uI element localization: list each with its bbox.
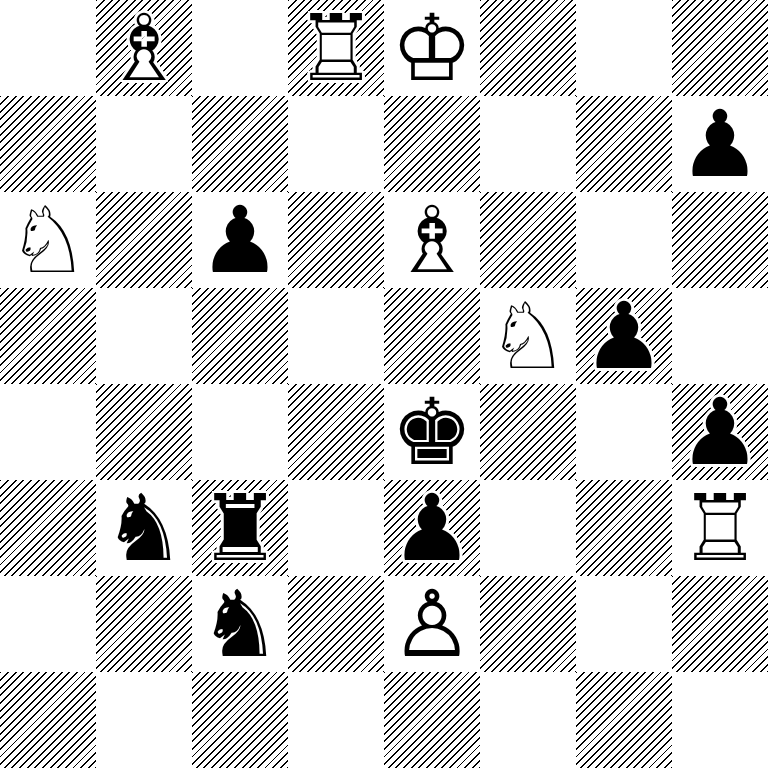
square-e5[interactable] <box>384 288 480 384</box>
square-c1[interactable] <box>192 672 288 768</box>
piece-glyph: ♙ <box>384 576 480 672</box>
square-h5[interactable] <box>672 288 768 384</box>
square-c7[interactable] <box>192 96 288 192</box>
square-d7[interactable] <box>288 96 384 192</box>
square-f1[interactable] <box>480 672 576 768</box>
square-g8[interactable] <box>576 0 672 96</box>
square-g7[interactable] <box>576 96 672 192</box>
white-bishop[interactable]: ♝♗ <box>96 0 192 96</box>
square-e7[interactable] <box>384 96 480 192</box>
square-g5[interactable]: ♟♟ <box>576 288 672 384</box>
square-b6[interactable] <box>96 192 192 288</box>
square-d1[interactable] <box>288 672 384 768</box>
piece-glyph: ♘ <box>480 288 576 384</box>
square-g2[interactable] <box>576 576 672 672</box>
square-h6[interactable] <box>672 192 768 288</box>
black-pawn[interactable]: ♟♟ <box>576 288 672 384</box>
square-e4[interactable]: ♚♚ <box>384 384 480 480</box>
square-c6[interactable]: ♟♟ <box>192 192 288 288</box>
black-king[interactable]: ♚♚ <box>384 384 480 480</box>
square-g3[interactable] <box>576 480 672 576</box>
square-c2[interactable]: ♞♞ <box>192 576 288 672</box>
chess-board: ♝♗♜♖♚♔♟♟♞♘♟♟♝♗♞♘♟♟♚♚♟♟♞♞♜♜♟♟♜♖♞♞♟♙ <box>0 0 768 768</box>
piece-glyph: ♗ <box>384 192 480 288</box>
square-e6[interactable]: ♝♗ <box>384 192 480 288</box>
black-pawn[interactable]: ♟♟ <box>672 384 768 480</box>
square-d3[interactable] <box>288 480 384 576</box>
square-h7[interactable]: ♟♟ <box>672 96 768 192</box>
square-f8[interactable] <box>480 0 576 96</box>
black-knight[interactable]: ♞♞ <box>192 576 288 672</box>
square-f2[interactable] <box>480 576 576 672</box>
black-pawn[interactable]: ♟♟ <box>384 480 480 576</box>
square-c5[interactable] <box>192 288 288 384</box>
square-f3[interactable] <box>480 480 576 576</box>
white-bishop[interactable]: ♝♗ <box>384 192 480 288</box>
square-b4[interactable] <box>96 384 192 480</box>
piece-glyph: ♖ <box>672 480 768 576</box>
square-h8[interactable] <box>672 0 768 96</box>
square-a3[interactable] <box>0 480 96 576</box>
square-a4[interactable] <box>0 384 96 480</box>
white-pawn[interactable]: ♟♙ <box>384 576 480 672</box>
square-a6[interactable]: ♞♘ <box>0 192 96 288</box>
square-c3[interactable]: ♜♜ <box>192 480 288 576</box>
square-f7[interactable] <box>480 96 576 192</box>
piece-glyph: ♗ <box>96 0 192 96</box>
square-b3[interactable]: ♞♞ <box>96 480 192 576</box>
square-h2[interactable] <box>672 576 768 672</box>
square-g4[interactable] <box>576 384 672 480</box>
square-b1[interactable] <box>96 672 192 768</box>
piece-glyph: ♚ <box>384 384 480 480</box>
square-e3[interactable]: ♟♟ <box>384 480 480 576</box>
piece-glyph: ♞ <box>192 576 288 672</box>
black-pawn[interactable]: ♟♟ <box>192 192 288 288</box>
square-d8[interactable]: ♜♖ <box>288 0 384 96</box>
square-c8[interactable] <box>192 0 288 96</box>
square-d6[interactable] <box>288 192 384 288</box>
white-king[interactable]: ♚♔ <box>384 0 480 96</box>
square-c4[interactable] <box>192 384 288 480</box>
white-rook[interactable]: ♜♖ <box>672 480 768 576</box>
piece-glyph: ♘ <box>0 192 96 288</box>
square-a5[interactable] <box>0 288 96 384</box>
square-e8[interactable]: ♚♔ <box>384 0 480 96</box>
black-knight[interactable]: ♞♞ <box>96 480 192 576</box>
white-rook[interactable]: ♜♖ <box>288 0 384 96</box>
square-f6[interactable] <box>480 192 576 288</box>
piece-glyph: ♟ <box>192 192 288 288</box>
piece-glyph: ♔ <box>384 0 480 96</box>
square-f4[interactable] <box>480 384 576 480</box>
square-d5[interactable] <box>288 288 384 384</box>
square-g1[interactable] <box>576 672 672 768</box>
square-d2[interactable] <box>288 576 384 672</box>
square-h4[interactable]: ♟♟ <box>672 384 768 480</box>
square-d4[interactable] <box>288 384 384 480</box>
square-b5[interactable] <box>96 288 192 384</box>
square-a2[interactable] <box>0 576 96 672</box>
piece-glyph: ♞ <box>96 480 192 576</box>
square-g6[interactable] <box>576 192 672 288</box>
square-b2[interactable] <box>96 576 192 672</box>
square-a7[interactable] <box>0 96 96 192</box>
white-knight[interactable]: ♞♘ <box>480 288 576 384</box>
piece-glyph: ♜ <box>192 480 288 576</box>
piece-glyph: ♟ <box>384 480 480 576</box>
square-h3[interactable]: ♜♖ <box>672 480 768 576</box>
square-b8[interactable]: ♝♗ <box>96 0 192 96</box>
piece-glyph: ♟ <box>576 288 672 384</box>
square-f5[interactable]: ♞♘ <box>480 288 576 384</box>
square-a8[interactable] <box>0 0 96 96</box>
square-h1[interactable] <box>672 672 768 768</box>
piece-glyph: ♖ <box>288 0 384 96</box>
square-b7[interactable] <box>96 96 192 192</box>
square-e1[interactable] <box>384 672 480 768</box>
black-pawn[interactable]: ♟♟ <box>672 96 768 192</box>
piece-glyph: ♟ <box>672 384 768 480</box>
piece-glyph: ♟ <box>672 96 768 192</box>
square-e2[interactable]: ♟♙ <box>384 576 480 672</box>
white-knight[interactable]: ♞♘ <box>0 192 96 288</box>
black-rook[interactable]: ♜♜ <box>192 480 288 576</box>
square-a1[interactable] <box>0 672 96 768</box>
board-area: ♝♗♜♖♚♔♟♟♞♘♟♟♝♗♞♘♟♟♚♚♟♟♞♞♜♜♟♟♜♖♞♞♟♙ <box>0 0 768 768</box>
